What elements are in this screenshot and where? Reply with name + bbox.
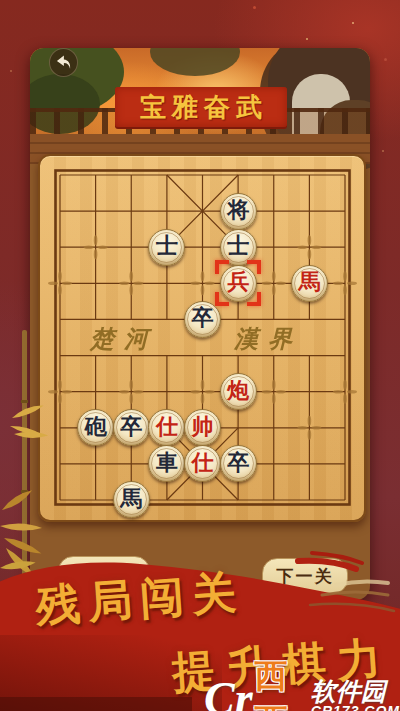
black-soldier[interactable]: 卒 <box>184 301 221 338</box>
watermark-brand-orange: 西西 <box>255 654 308 711</box>
piece-glyph: 砲 <box>85 416 107 438</box>
back-arrow-icon <box>54 54 73 71</box>
black-soldier[interactable]: 卒 <box>113 409 150 446</box>
red-cannon[interactable]: 炮 <box>220 373 257 410</box>
sparkle <box>10 70 12 72</box>
red-general[interactable]: 帅 <box>184 409 221 446</box>
level-card: 宝雅奋武 <box>30 48 370 600</box>
sparkle <box>253 6 256 9</box>
sparkle <box>352 22 354 24</box>
piece-glyph: 士 <box>156 235 178 257</box>
piece-glyph: 卒 <box>227 452 249 474</box>
level-title-banner: 宝雅奋武 <box>115 87 287 127</box>
watermark-brand-white: 软件园 <box>311 679 386 704</box>
piece-glyph: 車 <box>156 452 178 474</box>
sparkle <box>382 150 384 152</box>
watermark-logo: Cr <box>204 678 253 711</box>
level-title: 宝雅奋武 <box>140 90 268 125</box>
black-soldier[interactable]: 卒 <box>220 445 257 482</box>
piece-glyph: 士 <box>227 235 249 257</box>
back-button[interactable] <box>49 48 78 77</box>
river-label-left: 楚河 <box>82 323 166 355</box>
piece-glyph: 仕 <box>156 416 178 438</box>
black-advisor[interactable]: 士 <box>148 229 185 266</box>
watermark-domain: CR173.COM <box>311 704 400 711</box>
piece-glyph: 卒 <box>120 416 142 438</box>
sparkle <box>384 58 387 61</box>
black-horse[interactable]: 馬 <box>113 481 150 518</box>
tree-silhouette <box>150 48 240 76</box>
page: 宝雅奋武 <box>0 0 400 711</box>
piece-glyph: 将 <box>227 199 249 221</box>
piece-glyph: 帅 <box>192 416 214 438</box>
piece-glyph: 仕 <box>192 452 214 474</box>
red-horse[interactable]: 馬 <box>291 265 328 302</box>
sparkle <box>306 38 308 40</box>
river-label-right: 漢界 <box>226 323 310 355</box>
selection-marker <box>215 260 261 306</box>
piece-glyph: 馬 <box>298 271 320 293</box>
piece-glyph: 炮 <box>227 380 249 402</box>
xiangqi-board[interactable]: 楚河 漢界 将士士兵馬卒炮砲卒仕帅車仕卒馬 <box>38 154 366 522</box>
piece-glyph: 馬 <box>120 488 142 510</box>
black-general[interactable]: 将 <box>220 193 257 230</box>
piece-glyph: 卒 <box>192 307 214 329</box>
site-watermark: Cr 西西 软件园 CR173.COM <box>204 654 400 711</box>
